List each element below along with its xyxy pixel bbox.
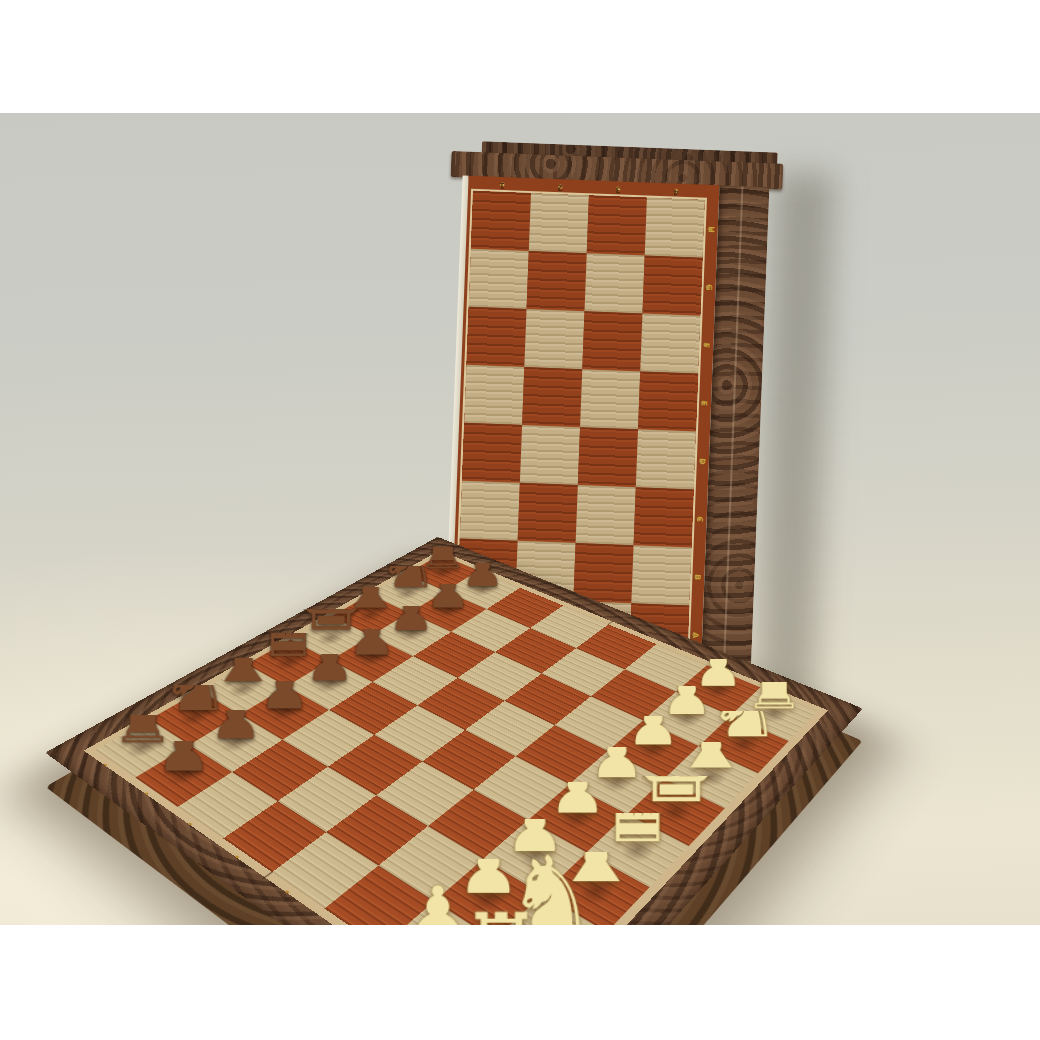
black-pawn: ♟ <box>259 662 310 716</box>
white-rook: ♜ <box>460 904 542 925</box>
black-pawn: ♟ <box>210 691 263 747</box>
square-a7: ♟ <box>135 745 232 807</box>
chess-board: ♜♞♝♛♚♝♞♜♟♟♟♟♟♟♟♟♟♟♟♟♟♟♟♟♜♞♝♛♚♝♞♜ <box>45 537 863 925</box>
product-photo-scene[interactable]: 1234 HGFEDCBA ♜♞♝♛♚♝♞♜♟♟♟♟♟♟♟♟♟♟♟♟♟♟♟♟♜♞… <box>0 113 1040 925</box>
black-pawn: ♟ <box>157 721 212 779</box>
chess-board-perspective: ♜♞♝♛♚♝♞♜♟♟♟♟♟♟♟♟♟♟♟♟♟♟♟♟♜♞♝♛♚♝♞♜ <box>0 113 1040 925</box>
